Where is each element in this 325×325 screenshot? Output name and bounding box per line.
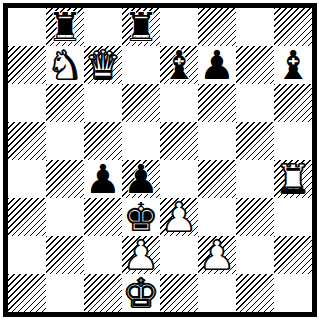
page: ♜♜♞♛♝♟♝♟♟♜♚♟♟♟♚ [0,0,325,325]
square-g5[interactable] [236,122,274,160]
square-b1[interactable] [46,274,84,312]
square-b6[interactable] [46,84,84,122]
piece-black-king: ♚ [122,198,160,236]
board-frame: ♜♜♞♛♝♟♝♟♟♜♚♟♟♟♚ [3,3,317,317]
square-c3[interactable] [84,198,122,236]
square-h1[interactable] [274,274,312,312]
square-b8[interactable]: ♜ [46,8,84,46]
square-c5[interactable] [84,122,122,160]
square-g7[interactable] [236,46,274,84]
square-e1[interactable] [160,274,198,312]
square-g8[interactable] [236,8,274,46]
square-e4[interactable] [160,160,198,198]
piece-black-bishop: ♝ [274,46,312,84]
square-h7[interactable]: ♝ [274,46,312,84]
piece-white-rook: ♜ [274,160,312,198]
square-b4[interactable] [46,160,84,198]
square-a1[interactable] [8,274,46,312]
piece-white-pawn: ♟ [122,236,160,274]
square-e6[interactable] [160,84,198,122]
square-c2[interactable] [84,236,122,274]
square-e7[interactable]: ♝ [160,46,198,84]
square-f5[interactable] [198,122,236,160]
square-a8[interactable] [8,8,46,46]
square-h4[interactable]: ♜ [274,160,312,198]
square-f3[interactable] [198,198,236,236]
square-e3[interactable]: ♟ [160,198,198,236]
square-c8[interactable] [84,8,122,46]
piece-black-pawn: ♟ [198,46,236,84]
square-h2[interactable] [274,236,312,274]
square-c4[interactable]: ♟ [84,160,122,198]
square-c7[interactable]: ♛ [84,46,122,84]
square-f1[interactable] [198,274,236,312]
chess-board: ♜♜♞♛♝♟♝♟♟♜♚♟♟♟♚ [8,8,312,312]
square-a4[interactable] [8,160,46,198]
square-a6[interactable] [8,84,46,122]
square-d2[interactable]: ♟ [122,236,160,274]
square-e8[interactable] [160,8,198,46]
square-f8[interactable] [198,8,236,46]
square-h8[interactable] [274,8,312,46]
square-d4[interactable]: ♟ [122,160,160,198]
square-f6[interactable] [198,84,236,122]
piece-black-pawn: ♟ [122,160,160,198]
square-d7[interactable] [122,46,160,84]
square-c6[interactable] [84,84,122,122]
square-d6[interactable] [122,84,160,122]
piece-white-pawn: ♟ [160,198,198,236]
square-g4[interactable] [236,160,274,198]
square-e5[interactable] [160,122,198,160]
square-a2[interactable] [8,236,46,274]
square-g1[interactable] [236,274,274,312]
square-e2[interactable] [160,236,198,274]
square-g6[interactable] [236,84,274,122]
piece-black-pawn: ♟ [84,160,122,198]
square-d8[interactable]: ♜ [122,8,160,46]
piece-white-queen: ♛ [84,46,122,84]
square-d3[interactable]: ♚ [122,198,160,236]
piece-black-bishop: ♝ [160,46,198,84]
square-f7[interactable]: ♟ [198,46,236,84]
square-g3[interactable] [236,198,274,236]
square-a3[interactable] [8,198,46,236]
square-b5[interactable] [46,122,84,160]
piece-white-knight: ♞ [46,46,84,84]
square-a7[interactable] [8,46,46,84]
square-f2[interactable]: ♟ [198,236,236,274]
square-b3[interactable] [46,198,84,236]
square-h6[interactable] [274,84,312,122]
square-d1[interactable]: ♚ [122,274,160,312]
square-f4[interactable] [198,160,236,198]
piece-black-rook: ♜ [46,8,84,46]
piece-black-rook: ♜ [122,8,160,46]
square-h5[interactable] [274,122,312,160]
piece-white-king: ♚ [122,274,160,312]
piece-white-pawn: ♟ [198,236,236,274]
square-b7[interactable]: ♞ [46,46,84,84]
square-h3[interactable] [274,198,312,236]
square-c1[interactable] [84,274,122,312]
square-g2[interactable] [236,236,274,274]
square-b2[interactable] [46,236,84,274]
square-d5[interactable] [122,122,160,160]
square-a5[interactable] [8,122,46,160]
